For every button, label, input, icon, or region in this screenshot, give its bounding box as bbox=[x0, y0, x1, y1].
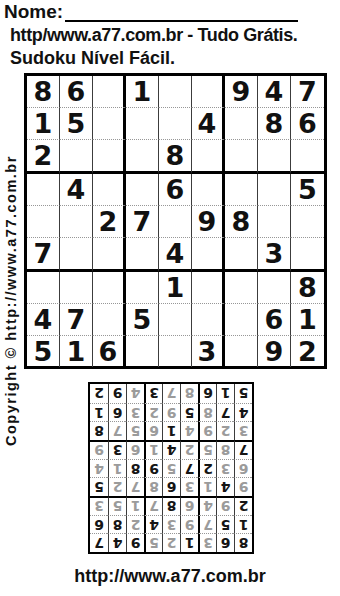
cell-r9c7[interactable] bbox=[225, 336, 258, 367]
sol-cell-r5c3: 2 bbox=[198, 459, 216, 478]
cell-r5c9[interactable] bbox=[291, 206, 324, 238]
sol-cell-r6c9: 9 bbox=[90, 440, 108, 459]
cell-r1c2: 6 bbox=[60, 76, 93, 108]
sol-cell-r8c9: 1 bbox=[90, 403, 108, 422]
cell-r1c9: 7 bbox=[291, 76, 324, 108]
cell-r7c8[interactable] bbox=[258, 272, 291, 304]
sol-cell-r9c8: 9 bbox=[108, 384, 126, 403]
cell-r2c2: 5 bbox=[60, 108, 93, 140]
cell-r6c2[interactable] bbox=[60, 238, 93, 272]
cell-r9c4[interactable] bbox=[126, 336, 159, 367]
sol-cell-r9c5: 7 bbox=[162, 384, 180, 403]
name-label: Nome: bbox=[4, 2, 63, 22]
cell-r4c5: 6 bbox=[159, 174, 192, 206]
sudoku-solution-grid-rotated: 8631259471579342862946871539413687256327… bbox=[88, 382, 254, 554]
sol-cell-r3c1: 2 bbox=[234, 496, 252, 515]
cell-r9c2: 1 bbox=[60, 336, 93, 367]
sol-cell-r9c7: 4 bbox=[126, 384, 144, 403]
cell-r4c8[interactable] bbox=[258, 174, 291, 206]
difficulty-header: Sudoku Nível Fácil. bbox=[10, 48, 175, 69]
sol-cell-r8c8: 6 bbox=[108, 403, 126, 422]
sol-cell-r2c1: 1 bbox=[234, 515, 252, 534]
cell-r9c8: 9 bbox=[258, 336, 291, 367]
cell-r7c5: 1 bbox=[159, 272, 192, 304]
sol-cell-r2c7: 2 bbox=[126, 515, 144, 534]
cell-r3c8[interactable] bbox=[258, 140, 291, 174]
sol-cell-r6c5: 4 bbox=[162, 440, 180, 459]
cell-r9c3: 6 bbox=[93, 336, 126, 367]
cell-r6c9[interactable] bbox=[291, 238, 324, 272]
sol-cell-r7c6: 6 bbox=[144, 421, 162, 440]
cell-r7c7[interactable] bbox=[225, 272, 258, 304]
sol-cell-r4c1: 9 bbox=[234, 477, 252, 496]
cell-r9c9: 2 bbox=[291, 336, 324, 367]
sol-cell-r1c3: 3 bbox=[198, 533, 216, 552]
cell-r1c1: 8 bbox=[27, 76, 60, 108]
sol-cell-r7c9: 8 bbox=[90, 421, 108, 440]
sol-cell-r2c9: 6 bbox=[90, 515, 108, 534]
sol-cell-r1c7: 9 bbox=[126, 533, 144, 552]
sol-cell-r7c7: 5 bbox=[126, 421, 144, 440]
sol-cell-r2c8: 8 bbox=[108, 515, 126, 534]
cell-r3c6[interactable] bbox=[192, 140, 225, 174]
cell-r3c1: 2 bbox=[27, 140, 60, 174]
sol-cell-r9c6: 3 bbox=[144, 384, 162, 403]
sol-cell-r8c7: 3 bbox=[126, 403, 144, 422]
cell-r8c1: 4 bbox=[27, 304, 60, 336]
cell-r3c3[interactable] bbox=[93, 140, 126, 174]
sol-cell-r4c3: 1 bbox=[198, 477, 216, 496]
footer-url: http://www.a77.com.br bbox=[0, 566, 340, 587]
sol-cell-r1c9: 7 bbox=[90, 533, 108, 552]
sol-cell-r5c6: 9 bbox=[144, 459, 162, 478]
sol-cell-r8c3: 8 bbox=[198, 403, 216, 422]
cell-r5c4: 7 bbox=[126, 206, 159, 238]
cell-r9c5[interactable] bbox=[159, 336, 192, 367]
sol-cell-r9c1: 5 bbox=[234, 384, 252, 403]
sol-cell-r2c4: 9 bbox=[180, 515, 198, 534]
name-row: Nome: bbox=[4, 2, 298, 22]
cell-r6c4[interactable] bbox=[126, 238, 159, 272]
cell-r5c2[interactable] bbox=[60, 206, 93, 238]
sol-cell-r3c5: 8 bbox=[162, 496, 180, 515]
cell-r8c6[interactable] bbox=[192, 304, 225, 336]
cell-r1c5[interactable] bbox=[159, 76, 192, 108]
sol-cell-r6c6: 1 bbox=[144, 440, 162, 459]
sol-cell-r1c6: 5 bbox=[144, 533, 162, 552]
cell-r6c3[interactable] bbox=[93, 238, 126, 272]
sol-cell-r2c5: 3 bbox=[162, 515, 180, 534]
sol-cell-r2c6: 4 bbox=[144, 515, 162, 534]
sol-cell-r4c7: 7 bbox=[126, 477, 144, 496]
sol-cell-r7c8: 7 bbox=[108, 421, 126, 440]
cell-r1c7: 9 bbox=[225, 76, 258, 108]
sol-cell-r6c1: 7 bbox=[234, 440, 252, 459]
sol-cell-r8c5: 9 bbox=[162, 403, 180, 422]
sol-cell-r7c2: 2 bbox=[216, 421, 234, 440]
sol-cell-r3c9: 3 bbox=[90, 496, 108, 515]
sol-cell-r5c1: 6 bbox=[234, 459, 252, 478]
name-blank-line bbox=[65, 3, 298, 22]
cell-r8c5[interactable] bbox=[159, 304, 192, 336]
copyright-vertical-text: Copyright © http://www.a77.com.br bbox=[3, 84, 19, 446]
sol-cell-r5c8: 1 bbox=[108, 459, 126, 478]
cell-r8c2: 7 bbox=[60, 304, 93, 336]
sol-cell-r7c5: 1 bbox=[162, 421, 180, 440]
sol-cell-r4c9: 5 bbox=[90, 477, 108, 496]
sol-cell-r9c2: 1 bbox=[216, 384, 234, 403]
sol-cell-r8c2: 7 bbox=[216, 403, 234, 422]
cell-r5c3: 2 bbox=[93, 206, 126, 238]
cell-r6c7[interactable] bbox=[225, 238, 258, 272]
cell-r6c8: 3 bbox=[258, 238, 291, 272]
cell-r1c8: 4 bbox=[258, 76, 291, 108]
cell-r4c2: 4 bbox=[60, 174, 93, 206]
cell-r5c5[interactable] bbox=[159, 206, 192, 238]
cell-r6c5: 4 bbox=[159, 238, 192, 272]
sol-cell-r2c3: 7 bbox=[198, 515, 216, 534]
cell-r4c6[interactable] bbox=[192, 174, 225, 206]
cell-r3c5: 8 bbox=[159, 140, 192, 174]
sol-cell-r1c8: 4 bbox=[108, 533, 126, 552]
sol-cell-r5c2: 3 bbox=[216, 459, 234, 478]
sol-cell-r6c3: 5 bbox=[198, 440, 216, 459]
cell-r7c3[interactable] bbox=[93, 272, 126, 304]
cell-r2c7[interactable] bbox=[225, 108, 258, 140]
sol-cell-r3c8: 5 bbox=[108, 496, 126, 515]
cell-r8c9: 1 bbox=[291, 304, 324, 336]
sol-cell-r7c1: 3 bbox=[234, 421, 252, 440]
sol-cell-r9c4: 8 bbox=[180, 384, 198, 403]
cell-r2c8: 8 bbox=[258, 108, 291, 140]
cell-r8c7[interactable] bbox=[225, 304, 258, 336]
cell-r7c6[interactable] bbox=[192, 272, 225, 304]
sol-cell-r6c4: 2 bbox=[180, 440, 198, 459]
cell-r3c4[interactable] bbox=[126, 140, 159, 174]
sol-cell-r7c4: 4 bbox=[180, 421, 198, 440]
cell-r5c7: 8 bbox=[225, 206, 258, 238]
sudoku-puzzle-grid: 861947154862846527987431847561516392 bbox=[24, 73, 327, 369]
sol-cell-r3c2: 9 bbox=[216, 496, 234, 515]
cell-r8c3[interactable] bbox=[93, 304, 126, 336]
sol-cell-r8c1: 4 bbox=[234, 403, 252, 422]
sol-cell-r5c9: 4 bbox=[90, 459, 108, 478]
cell-r7c4[interactable] bbox=[126, 272, 159, 304]
sol-cell-r5c4: 7 bbox=[180, 459, 198, 478]
sol-cell-r1c1: 8 bbox=[234, 533, 252, 552]
cell-r7c9: 8 bbox=[291, 272, 324, 304]
cell-r9c6: 3 bbox=[192, 336, 225, 367]
sol-cell-r9c3: 6 bbox=[198, 384, 216, 403]
cell-r3c7[interactable] bbox=[225, 140, 258, 174]
cell-r4c3[interactable] bbox=[93, 174, 126, 206]
sol-cell-r6c2: 8 bbox=[216, 440, 234, 459]
cell-r4c4[interactable] bbox=[126, 174, 159, 206]
cell-r2c5[interactable] bbox=[159, 108, 192, 140]
cell-r4c7[interactable] bbox=[225, 174, 258, 206]
sol-cell-r4c8: 2 bbox=[108, 477, 126, 496]
cell-r7c2[interactable] bbox=[60, 272, 93, 304]
sol-cell-r4c4: 3 bbox=[180, 477, 198, 496]
cell-r4c1[interactable] bbox=[27, 174, 60, 206]
cell-r6c1: 7 bbox=[27, 238, 60, 272]
sol-cell-r6c7: 6 bbox=[126, 440, 144, 459]
cell-r1c6[interactable] bbox=[192, 76, 225, 108]
cell-r1c4: 1 bbox=[126, 76, 159, 108]
cell-r2c3[interactable] bbox=[93, 108, 126, 140]
cell-r8c8: 6 bbox=[258, 304, 291, 336]
cell-r8c4: 5 bbox=[126, 304, 159, 336]
sol-cell-r6c8: 3 bbox=[108, 440, 126, 459]
sol-cell-r1c2: 6 bbox=[216, 533, 234, 552]
cell-r4c9: 5 bbox=[291, 174, 324, 206]
sol-cell-r1c5: 2 bbox=[162, 533, 180, 552]
cell-r2c9: 6 bbox=[291, 108, 324, 140]
cell-r5c1[interactable] bbox=[27, 206, 60, 238]
cell-r5c8[interactable] bbox=[258, 206, 291, 238]
sol-cell-r5c5: 5 bbox=[162, 459, 180, 478]
sol-cell-r1c4: 1 bbox=[180, 533, 198, 552]
cell-r3c9[interactable] bbox=[291, 140, 324, 174]
sol-cell-r9c9: 2 bbox=[90, 384, 108, 403]
printable-sudoku-page: Nome: http/www.a77.com.br - Tudo Grátis.… bbox=[0, 0, 340, 596]
site-header: http/www.a77.com.br - Tudo Grátis. bbox=[10, 25, 297, 46]
sol-cell-r8c4: 5 bbox=[180, 403, 198, 422]
sol-cell-r4c2: 4 bbox=[216, 477, 234, 496]
sol-cell-r3c4: 6 bbox=[180, 496, 198, 515]
cell-r2c1: 1 bbox=[27, 108, 60, 140]
cell-r5c6: 9 bbox=[192, 206, 225, 238]
cell-r6c6[interactable] bbox=[192, 238, 225, 272]
cell-r2c6: 4 bbox=[192, 108, 225, 140]
sol-cell-r3c6: 7 bbox=[144, 496, 162, 515]
sol-cell-r7c3: 9 bbox=[198, 421, 216, 440]
sol-cell-r3c3: 4 bbox=[198, 496, 216, 515]
cell-r2c4[interactable] bbox=[126, 108, 159, 140]
cell-r7c1[interactable] bbox=[27, 272, 60, 304]
cell-r3c2[interactable] bbox=[60, 140, 93, 174]
sol-cell-r3c7: 1 bbox=[126, 496, 144, 515]
sol-cell-r8c6: 2 bbox=[144, 403, 162, 422]
sol-cell-r5c7: 8 bbox=[126, 459, 144, 478]
sol-cell-r4c6: 8 bbox=[144, 477, 162, 496]
sol-cell-r4c5: 6 bbox=[162, 477, 180, 496]
cell-r1c3[interactable] bbox=[93, 76, 126, 108]
sol-cell-r2c2: 5 bbox=[216, 515, 234, 534]
cell-r9c1: 5 bbox=[27, 336, 60, 367]
